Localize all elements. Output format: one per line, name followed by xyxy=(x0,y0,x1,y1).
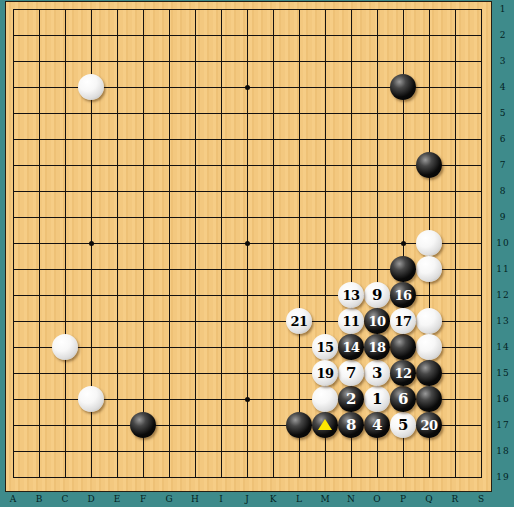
column-label-C: C xyxy=(52,494,78,504)
move-number: 5 xyxy=(398,418,408,433)
column-label-O: O xyxy=(364,494,390,504)
row-label-16: 16 xyxy=(492,394,514,404)
stone-white-L13[interactable]: 21 xyxy=(286,308,312,334)
column-label-E: E xyxy=(104,494,130,504)
row-label-7: 7 xyxy=(492,160,514,170)
star-point xyxy=(245,241,250,246)
row-label-10: 10 xyxy=(492,238,514,248)
stone-black-N17[interactable]: 8 xyxy=(338,412,364,438)
stone-black-N14[interactable]: 14 xyxy=(338,334,364,360)
column-label-L: L xyxy=(286,494,312,504)
column-label-J: J xyxy=(234,494,260,504)
stone-black-L17[interactable] xyxy=(286,412,312,438)
column-label-F: F xyxy=(130,494,156,504)
stone-black-O14[interactable]: 18 xyxy=(364,334,390,360)
move-number: 14 xyxy=(342,341,359,354)
stone-black-P16[interactable]: 6 xyxy=(390,386,416,412)
column-label-D: D xyxy=(78,494,104,504)
move-number: 1 xyxy=(372,392,382,407)
column-label-K: K xyxy=(260,494,286,504)
move-number: 13 xyxy=(342,289,359,302)
stone-black-P14[interactable] xyxy=(390,334,416,360)
column-label-A: A xyxy=(0,494,26,504)
stone-white-N12[interactable]: 13 xyxy=(338,282,364,308)
column-label-M: M xyxy=(312,494,338,504)
row-label-11: 11 xyxy=(492,264,514,274)
stone-black-Q7[interactable] xyxy=(416,152,442,178)
stone-black-Q15[interactable] xyxy=(416,360,442,386)
star-point xyxy=(245,85,250,90)
stone-black-P15[interactable]: 12 xyxy=(390,360,416,386)
move-number: 17 xyxy=(394,315,411,328)
move-number: 16 xyxy=(394,289,411,302)
row-label-19: 19 xyxy=(492,472,514,482)
move-number: 3 xyxy=(372,366,382,381)
stone-white-M14[interactable]: 15 xyxy=(312,334,338,360)
go-board[interactable]: 123456789101112131415161718192021 xyxy=(5,1,492,492)
column-label-B: B xyxy=(26,494,52,504)
move-number: 4 xyxy=(372,418,382,433)
stone-white-M15[interactable]: 19 xyxy=(312,360,338,386)
column-labels: ABCDEFGHIJKLMNOPQRS xyxy=(5,492,514,507)
stone-black-P12[interactable]: 16 xyxy=(390,282,416,308)
go-board-diagram: 123456789101112131415161718192021 ABCDEF… xyxy=(0,0,514,507)
row-label-9: 9 xyxy=(492,212,514,222)
row-label-17: 17 xyxy=(492,420,514,430)
stone-white-P17[interactable]: 5 xyxy=(390,412,416,438)
stone-black-O17[interactable]: 4 xyxy=(364,412,390,438)
column-label-N: N xyxy=(338,494,364,504)
row-label-2: 2 xyxy=(492,30,514,40)
column-label-G: G xyxy=(156,494,182,504)
column-label-I: I xyxy=(208,494,234,504)
move-number: 6 xyxy=(398,392,408,407)
move-number: 18 xyxy=(368,341,385,354)
stone-white-Q11[interactable] xyxy=(416,256,442,282)
move-number: 8 xyxy=(346,418,356,433)
stone-white-C14[interactable] xyxy=(52,334,78,360)
row-label-8: 8 xyxy=(492,186,514,196)
stone-black-P4[interactable] xyxy=(390,74,416,100)
row-label-13: 13 xyxy=(492,316,514,326)
move-number: 12 xyxy=(394,367,411,380)
move-number: 9 xyxy=(372,288,382,303)
stone-black-P11[interactable] xyxy=(390,256,416,282)
stone-black-Q17[interactable]: 20 xyxy=(416,412,442,438)
triangle-marker xyxy=(318,419,332,430)
move-number: 11 xyxy=(342,315,359,328)
move-number: 21 xyxy=(290,315,307,328)
stone-white-O16[interactable]: 1 xyxy=(364,386,390,412)
row-labels: 12345678910111213141516171819 xyxy=(492,1,514,492)
move-number: 19 xyxy=(316,367,333,380)
stone-white-O15[interactable]: 3 xyxy=(364,360,390,386)
stone-white-N13[interactable]: 11 xyxy=(338,308,364,334)
grid-lines: 123456789101112131415161718192021 xyxy=(13,9,482,478)
row-label-12: 12 xyxy=(492,290,514,300)
stone-white-Q14[interactable] xyxy=(416,334,442,360)
stone-black-O13[interactable]: 10 xyxy=(364,308,390,334)
stone-black-F17[interactable] xyxy=(130,412,156,438)
row-label-5: 5 xyxy=(492,108,514,118)
star-point xyxy=(89,241,94,246)
stone-white-D4[interactable] xyxy=(78,74,104,100)
star-point xyxy=(245,397,250,402)
stone-white-M16[interactable] xyxy=(312,386,338,412)
move-number: 15 xyxy=(316,341,333,354)
star-point xyxy=(401,241,406,246)
move-number: 10 xyxy=(368,315,385,328)
stone-white-D16[interactable] xyxy=(78,386,104,412)
stone-white-N15[interactable]: 7 xyxy=(338,360,364,386)
stone-white-O12[interactable]: 9 xyxy=(364,282,390,308)
row-label-1: 1 xyxy=(492,4,514,14)
stone-white-Q10[interactable] xyxy=(416,230,442,256)
stone-white-P13[interactable]: 17 xyxy=(390,308,416,334)
row-label-4: 4 xyxy=(492,82,514,92)
row-label-3: 3 xyxy=(492,56,514,66)
move-number: 7 xyxy=(346,366,356,381)
column-label-R: R xyxy=(442,494,468,504)
move-number: 2 xyxy=(346,392,356,407)
stone-black-N16[interactable]: 2 xyxy=(338,386,364,412)
column-label-S: S xyxy=(468,494,494,504)
stone-black-Q16[interactable] xyxy=(416,386,442,412)
column-label-P: P xyxy=(390,494,416,504)
column-label-Q: Q xyxy=(416,494,442,504)
column-label-H: H xyxy=(182,494,208,504)
row-label-6: 6 xyxy=(492,134,514,144)
move-number: 20 xyxy=(420,419,437,432)
stone-white-Q13[interactable] xyxy=(416,308,442,334)
row-label-14: 14 xyxy=(492,342,514,352)
stone-black-M17[interactable] xyxy=(312,412,338,438)
row-label-18: 18 xyxy=(492,446,514,456)
row-label-15: 15 xyxy=(492,368,514,378)
